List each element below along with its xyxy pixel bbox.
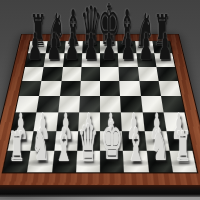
square-b5[interactable] [39,81,61,96]
square-e5[interactable] [100,81,120,96]
square-f6[interactable] [119,67,139,81]
square-d6[interactable] [81,67,100,81]
square-h6[interactable] [156,67,178,81]
piece-glyph[interactable]: ♟ [157,32,172,62]
piece-glyph[interactable]: ♚ [101,120,123,163]
piece-glyph[interactable]: ♝ [55,127,74,164]
square-a5[interactable] [19,81,42,96]
piece-glyph[interactable]: ♞ [32,128,50,164]
piece-glyph[interactable]: ♟ [28,32,43,62]
piece-glyph[interactable]: ♛ [78,122,99,163]
square-b6[interactable] [42,67,63,81]
piece-glyph[interactable]: ♟ [65,32,80,62]
square-g6[interactable] [137,67,158,81]
piece-glyph[interactable]: ♟ [46,32,61,62]
piece-glyph[interactable]: ♟ [83,32,98,62]
square-g5[interactable] [139,81,161,96]
piece-glyph[interactable]: ♟ [120,32,135,62]
square-d5[interactable] [80,81,100,96]
square-h5[interactable] [158,81,181,96]
piece-glyph[interactable]: ♟ [139,32,154,62]
piece-glyph[interactable]: ♞ [151,128,169,164]
piece-glyph[interactable]: ♟ [102,32,117,62]
piece-glyph[interactable]: ♝ [126,127,145,164]
square-a6[interactable] [22,67,44,81]
square-e6[interactable] [100,67,119,81]
chess-scene: ♜♞♝♛♚♝♞♜♟♟♟♟♟♟♟♟♟♟♟♟♟♟♟♟♜♞♝♛♚♝♞♜ [0,0,200,200]
square-c6[interactable] [61,67,81,81]
square-f5[interactable] [119,81,140,96]
square-c5[interactable] [60,81,81,96]
board-front-edge [0,185,200,197]
piece-glyph[interactable]: ♜ [8,131,24,164]
piece-glyph[interactable]: ♜ [175,131,191,164]
